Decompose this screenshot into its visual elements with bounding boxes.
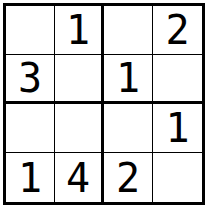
sudoku-board: 1 2 3 1 1 1 4 2 bbox=[3, 3, 205, 205]
cell-r4c3[interactable]: 2 bbox=[104, 153, 153, 202]
cell-r3c2[interactable] bbox=[55, 104, 104, 153]
cell-r3c4[interactable]: 1 bbox=[153, 104, 202, 153]
cell-r1c2[interactable]: 1 bbox=[55, 6, 104, 55]
cell-r1c4[interactable]: 2 bbox=[153, 6, 202, 55]
cell-r2c1[interactable]: 3 bbox=[6, 55, 55, 104]
cell-r1c1[interactable] bbox=[6, 6, 55, 55]
cell-r4c2[interactable]: 4 bbox=[55, 153, 104, 202]
cell-r3c3[interactable] bbox=[104, 104, 153, 153]
puzzle-page: 1 2 3 1 1 1 4 2 bbox=[0, 0, 212, 213]
cell-r2c3[interactable]: 1 bbox=[104, 55, 153, 104]
cell-r2c2[interactable] bbox=[55, 55, 104, 104]
cell-r3c1[interactable] bbox=[6, 104, 55, 153]
cell-r2c4[interactable] bbox=[153, 55, 202, 104]
cell-r1c3[interactable] bbox=[104, 6, 153, 55]
cell-r4c4[interactable] bbox=[153, 153, 202, 202]
cell-r4c1[interactable]: 1 bbox=[6, 153, 55, 202]
